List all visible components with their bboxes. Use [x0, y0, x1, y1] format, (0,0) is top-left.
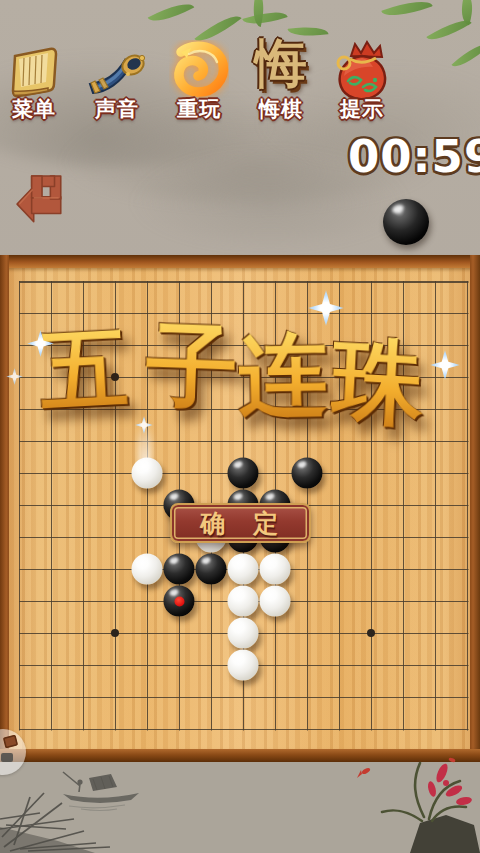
gomoku-game-screen: { "game": "gomoku", "title": {"text": "五… — [0, 0, 480, 853]
board-bottom-rim — [0, 749, 480, 762]
last-move-marker — [174, 596, 184, 606]
sound-label: 声音 — [81, 95, 153, 123]
confirm-button-label: 确 定 — [200, 507, 281, 540]
back-button[interactable] — [16, 175, 66, 227]
stone-black — [292, 458, 323, 489]
turn-indicator-black-stone — [383, 199, 429, 245]
stone-white — [260, 586, 291, 617]
replay-button[interactable]: 重玩 — [163, 38, 235, 122]
stone-black — [196, 554, 227, 585]
hui-character-icon: 悔 — [255, 36, 307, 92]
board-top-rim — [0, 255, 480, 268]
stone-black-last-move — [164, 586, 195, 617]
sound-button[interactable]: 声音 — [81, 38, 153, 122]
stone-white — [228, 586, 259, 617]
stone-black — [228, 458, 259, 489]
recorder-icon — [1, 753, 13, 762]
flame-swirl-icon — [169, 40, 229, 102]
bamboo-leaf — [381, 0, 432, 23]
confirm-button[interactable]: 确 定 — [170, 503, 311, 543]
return-arrow-icon — [16, 175, 66, 227]
stone-black — [164, 554, 195, 585]
bamboo-leaf — [148, 0, 195, 29]
stone-white — [132, 458, 163, 489]
bamboo-leaf — [451, 38, 480, 73]
star-point — [111, 629, 119, 637]
menu-button[interactable]: 菜单 — [0, 38, 70, 122]
undo-label: 悔棋 — [245, 95, 317, 123]
stone-white — [228, 650, 259, 681]
hint-label: 提示 — [326, 95, 398, 123]
star-point — [367, 373, 375, 381]
replay-label: 重玩 — [163, 95, 235, 123]
board-left-rim — [0, 255, 9, 762]
countdown-timer: 00:59 — [348, 130, 476, 183]
game-board: 五 子 连 珠 确 定 — [0, 255, 480, 762]
bottom-background — [0, 762, 480, 853]
undo-button[interactable]: 悔 悔棋 — [245, 38, 317, 122]
star-point — [367, 629, 375, 637]
bamboo-leaf — [242, 5, 288, 30]
hint-button[interactable]: 提示 — [326, 38, 398, 122]
board-right-rim — [470, 255, 480, 762]
gift-box-icon — [3, 735, 18, 749]
scroll-icon — [6, 44, 62, 102]
star-point — [111, 373, 119, 381]
menu-label: 菜单 — [0, 95, 70, 123]
stone-white — [132, 554, 163, 585]
stone-white — [228, 618, 259, 649]
stone-white — [228, 554, 259, 585]
stone-white — [260, 554, 291, 585]
